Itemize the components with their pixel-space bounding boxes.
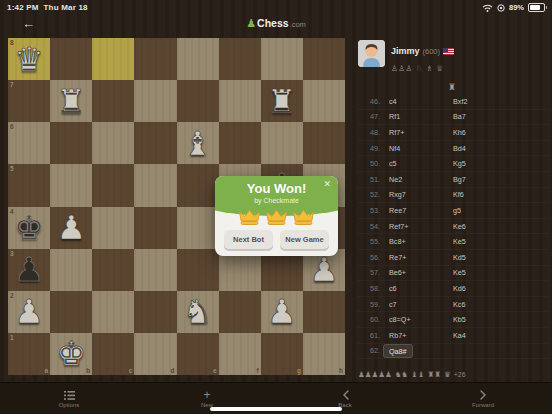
file-label-c: c bbox=[129, 367, 133, 374]
black-move[interactable]: Kd5 bbox=[453, 253, 466, 262]
move-row-57: 57.Be6+Ke5 bbox=[358, 266, 548, 282]
home-indicator[interactable] bbox=[210, 407, 342, 411]
move-number: 59. bbox=[358, 300, 389, 309]
captured-group: ♙♙♙ bbox=[391, 64, 413, 73]
square-c8[interactable] bbox=[92, 38, 134, 80]
square-b2[interactable] bbox=[50, 291, 92, 333]
move-number: 53. bbox=[358, 206, 389, 215]
square-b8[interactable] bbox=[50, 38, 92, 80]
dialog-title: You Won! bbox=[215, 181, 338, 196]
move-list: 46.c4Bxf247.Rf1Ba748.Rf7+Kh649.Nf4Bd450.… bbox=[358, 94, 548, 359]
move-row-54: 54.Ref7+Ke6 bbox=[358, 219, 548, 235]
white-move[interactable]: Ree7 bbox=[389, 206, 406, 215]
square-a4[interactable]: 4♚ bbox=[8, 207, 50, 249]
black-move[interactable]: Kc6 bbox=[453, 300, 465, 309]
file-label-b: b bbox=[86, 367, 90, 374]
square-d2[interactable] bbox=[134, 291, 176, 333]
status-bar: 1:42 PM Thu Mar 18 89% bbox=[0, 0, 552, 14]
white-move[interactable]: c8=Q+ bbox=[389, 315, 411, 324]
wood-grain bbox=[134, 207, 176, 249]
wood-grain bbox=[261, 122, 303, 164]
file-label-d: d bbox=[171, 367, 175, 374]
battery-percent: 89% bbox=[509, 3, 524, 12]
wood-grain bbox=[8, 164, 50, 206]
square-d7[interactable] bbox=[134, 80, 176, 122]
white-bishop-e6[interactable]: ♝ bbox=[177, 122, 219, 164]
chesscom-logo: ♟ Chess .com bbox=[0, 17, 552, 29]
wood-grain bbox=[134, 122, 176, 164]
square-c7[interactable] bbox=[92, 80, 134, 122]
white-pawn-a2[interactable]: ♟ bbox=[8, 291, 50, 333]
square-b3[interactable] bbox=[50, 249, 92, 291]
white-move[interactable]: c4 bbox=[389, 97, 397, 106]
move-number: 46. bbox=[358, 97, 389, 106]
square-e1[interactable]: e bbox=[177, 333, 219, 375]
wifi-icon bbox=[482, 4, 493, 12]
square-f1[interactable]: f bbox=[219, 333, 261, 375]
captured-group: ♜♜ bbox=[428, 370, 441, 379]
rook-icon: ♜ bbox=[448, 82, 456, 92]
square-a5[interactable]: 5 bbox=[8, 164, 50, 206]
square-a2[interactable]: 2♟ bbox=[8, 291, 50, 333]
move-number: 48. bbox=[358, 128, 389, 137]
options-button[interactable]: Options bbox=[0, 383, 138, 414]
white-move[interactable]: Rxg7 bbox=[389, 190, 406, 199]
square-a1[interactable]: 1a bbox=[8, 333, 50, 375]
square-c5[interactable] bbox=[92, 164, 134, 206]
move-number: 60. bbox=[358, 315, 389, 324]
captured-group: ♟♟♟♟♟ bbox=[358, 370, 392, 379]
crown-icon bbox=[292, 209, 315, 230]
black-move[interactable]: Kh6 bbox=[453, 128, 466, 137]
wood-grain bbox=[50, 122, 92, 164]
file-label-e: e bbox=[213, 367, 217, 374]
options-icon bbox=[64, 390, 75, 401]
wood-grain bbox=[92, 207, 134, 249]
square-e5[interactable] bbox=[177, 164, 219, 206]
move-number: 55. bbox=[358, 237, 389, 246]
square-d3[interactable] bbox=[134, 249, 176, 291]
move-number: 50. bbox=[358, 159, 389, 168]
square-e2[interactable]: ♞ bbox=[177, 291, 219, 333]
black-move[interactable]: Ke5 bbox=[453, 237, 466, 246]
rank-label-1: 1 bbox=[10, 334, 14, 341]
wood-grain bbox=[303, 291, 345, 333]
square-h6[interactable] bbox=[303, 122, 345, 164]
black-move[interactable]: Ke5 bbox=[453, 268, 466, 277]
white-move[interactable]: Qa8# bbox=[383, 344, 413, 358]
options-label: Options bbox=[59, 402, 80, 408]
square-d8[interactable] bbox=[134, 38, 176, 80]
white-move[interactable]: Rf7+ bbox=[389, 128, 404, 137]
forward-label: Forward bbox=[472, 402, 494, 408]
square-a7[interactable]: 7 bbox=[8, 80, 50, 122]
wood-grain bbox=[134, 80, 176, 122]
black-move[interactable]: Kd6 bbox=[453, 284, 466, 293]
wood-grain bbox=[219, 333, 261, 375]
square-e3[interactable] bbox=[177, 249, 219, 291]
player-name: Jimmy bbox=[391, 46, 420, 56]
square-f8[interactable] bbox=[219, 38, 261, 80]
white-queen-a8[interactable]: ♛ bbox=[8, 38, 50, 80]
square-c6[interactable] bbox=[92, 122, 134, 164]
move-row-46: 46.c4Bxf2 bbox=[358, 94, 548, 110]
wood-grain bbox=[92, 38, 134, 80]
captured-piece-icons: ♟♟♟♟♟♞♞♝♝♜♜♛ bbox=[358, 370, 451, 379]
wood-grain bbox=[92, 291, 134, 333]
square-g7[interactable]: ♜ bbox=[261, 80, 303, 122]
status-time: 1:42 PM bbox=[7, 3, 39, 12]
square-g8[interactable] bbox=[261, 38, 303, 80]
square-a6[interactable]: 6 bbox=[8, 122, 50, 164]
move-row-56: 56.Re7+Kd5 bbox=[358, 250, 548, 266]
status-date: Thu Mar 18 bbox=[44, 3, 88, 12]
square-b1[interactable]: b♚ bbox=[50, 333, 92, 375]
white-move[interactable]: Be6+ bbox=[389, 268, 406, 277]
wood-grain bbox=[261, 38, 303, 80]
white-move[interactable]: Re7+ bbox=[389, 253, 406, 262]
wood-grain bbox=[303, 38, 345, 80]
avatar bbox=[358, 40, 385, 67]
white-move[interactable]: c7 bbox=[389, 300, 397, 309]
wood-grain bbox=[219, 80, 261, 122]
square-e8[interactable] bbox=[177, 38, 219, 80]
wood-grain bbox=[177, 80, 219, 122]
captured-group: ♗ bbox=[426, 64, 433, 73]
move-row-62: 62.Qa8# bbox=[358, 344, 548, 360]
wood-grain bbox=[50, 164, 92, 206]
dialog-subtitle: by Checkmate bbox=[215, 197, 338, 204]
wood-grain bbox=[50, 291, 92, 333]
wood-grain bbox=[219, 122, 261, 164]
wood-grain bbox=[219, 291, 261, 333]
square-b4[interactable]: ♟ bbox=[50, 207, 92, 249]
square-b5[interactable] bbox=[50, 164, 92, 206]
square-a8[interactable]: 8♛ bbox=[8, 38, 50, 80]
crown-icon bbox=[238, 209, 261, 230]
move-number: 57. bbox=[358, 268, 389, 277]
wood-grain bbox=[177, 164, 219, 206]
move-row-58: 58.c6Kd6 bbox=[358, 281, 548, 297]
move-row-50: 50.c5Kg5 bbox=[358, 156, 548, 172]
battery-icon bbox=[528, 3, 545, 12]
square-c2[interactable] bbox=[92, 291, 134, 333]
move-number: 56. bbox=[358, 253, 389, 262]
move-number: 52. bbox=[358, 190, 389, 199]
white-move[interactable]: Ne2 bbox=[389, 175, 402, 184]
wood-grain bbox=[92, 249, 134, 291]
square-g6[interactable] bbox=[261, 122, 303, 164]
white-move[interactable]: Ref7+ bbox=[389, 222, 408, 231]
square-h1[interactable]: h bbox=[303, 333, 345, 375]
player-card[interactable]: Jimmy (600) bbox=[358, 40, 548, 70]
rank-label-7: 7 bbox=[10, 81, 14, 88]
square-f2[interactable] bbox=[219, 291, 261, 333]
wood-grain bbox=[50, 249, 92, 291]
black-move[interactable]: Kg5 bbox=[453, 159, 466, 168]
wood-grain bbox=[177, 249, 219, 291]
square-c1[interactable]: c bbox=[92, 333, 134, 375]
white-move[interactable]: c6 bbox=[389, 284, 397, 293]
move-number: 49. bbox=[358, 144, 389, 153]
wood-grain bbox=[134, 38, 176, 80]
black-move[interactable]: g5 bbox=[453, 206, 461, 215]
black-move[interactable]: Bd4 bbox=[453, 144, 466, 153]
file-label-h: h bbox=[339, 367, 343, 374]
chevron-right-icon bbox=[480, 390, 487, 401]
move-row-49: 49.Nf4Bd4 bbox=[358, 141, 548, 157]
square-h8[interactable] bbox=[303, 38, 345, 80]
white-move[interactable]: Nf4 bbox=[389, 144, 400, 153]
captured-pieces-player: ♟♟♟♟♟♞♞♝♝♜♜♛ +26 bbox=[358, 370, 466, 379]
app-header: ← ♟ Chess .com bbox=[0, 14, 552, 36]
square-h2[interactable] bbox=[303, 291, 345, 333]
crowns-row bbox=[215, 209, 338, 230]
wood-grain bbox=[134, 249, 176, 291]
material-advantage: +26 bbox=[454, 371, 466, 378]
move-row-61: 61.Rb7+Ka4 bbox=[358, 328, 548, 344]
white-pawn-b4[interactable]: ♟ bbox=[50, 207, 92, 249]
black-pawn-a3[interactable]: ♟ bbox=[8, 249, 50, 291]
next-bot-button[interactable]: Next Bot bbox=[224, 230, 273, 249]
black-move[interactable]: Bxf2 bbox=[453, 97, 467, 106]
square-d6[interactable] bbox=[134, 122, 176, 164]
captured-group: ♞♞ bbox=[395, 370, 408, 379]
white-knight-e2[interactable]: ♞ bbox=[177, 291, 219, 333]
wood-grain bbox=[50, 38, 92, 80]
wood-grain bbox=[92, 80, 134, 122]
square-c3[interactable] bbox=[92, 249, 134, 291]
captured-group: ♛ bbox=[444, 370, 451, 379]
logo-tld: .com bbox=[290, 20, 306, 29]
rotation-lock-icon bbox=[497, 4, 505, 12]
white-move[interactable]: Rb7+ bbox=[389, 331, 406, 340]
captured-group: ♘ bbox=[416, 64, 423, 73]
move-number: 47. bbox=[358, 112, 389, 121]
move-number: 54. bbox=[358, 222, 389, 231]
wood-grain bbox=[303, 122, 345, 164]
black-move[interactable]: Ka4 bbox=[453, 331, 466, 340]
file-label-f: f bbox=[257, 367, 259, 374]
square-e7[interactable] bbox=[177, 80, 219, 122]
move-forward-button[interactable]: Forward bbox=[414, 383, 552, 414]
move-row-55: 55.Bc8+Ke5 bbox=[358, 234, 548, 250]
game-over-dialog: You Won! by Checkmate ✕ Next Bot New Gam… bbox=[215, 176, 338, 256]
move-row-60: 60.c8=Q+Kb5 bbox=[358, 312, 548, 328]
white-pawn-g2[interactable]: ♟ bbox=[261, 291, 303, 333]
black-move[interactable]: Ke6 bbox=[453, 222, 466, 231]
rank-label-4: 4 bbox=[10, 208, 14, 215]
square-e6[interactable]: ♝ bbox=[177, 122, 219, 164]
captured-group: ♕ bbox=[436, 64, 443, 73]
move-row-47: 47.Rf1Ba7 bbox=[358, 110, 548, 126]
wood-grain bbox=[177, 207, 219, 249]
crown-icon bbox=[265, 209, 288, 230]
move-number: 58. bbox=[358, 284, 389, 293]
square-e4[interactable] bbox=[177, 207, 219, 249]
square-f7[interactable] bbox=[219, 80, 261, 122]
wood-grain bbox=[303, 80, 345, 122]
rank-label-6: 6 bbox=[10, 123, 14, 130]
square-h7[interactable] bbox=[303, 80, 345, 122]
close-icon[interactable]: ✕ bbox=[323, 180, 331, 189]
move-number: 51. bbox=[358, 175, 389, 184]
plus-icon: + bbox=[203, 390, 210, 401]
white-move[interactable]: c5 bbox=[389, 159, 397, 168]
white-move[interactable]: Rf1 bbox=[389, 112, 400, 121]
white-move[interactable]: Bc8+ bbox=[389, 237, 406, 246]
square-d1[interactable]: d bbox=[134, 333, 176, 375]
chess-app-screen: 1:42 PM Thu Mar 18 89% ← ♟ Chess .com 8♛… bbox=[0, 0, 552, 414]
player-rating: (600) bbox=[423, 47, 441, 56]
logo-text: Chess bbox=[257, 17, 289, 29]
move-row-52: 52.Rxg7Kf6 bbox=[358, 188, 548, 204]
square-f6[interactable] bbox=[219, 122, 261, 164]
status-time-date: 1:42 PM Thu Mar 18 bbox=[7, 3, 88, 12]
black-move[interactable]: Kb5 bbox=[453, 315, 466, 324]
black-king-a4[interactable]: ♚ bbox=[8, 207, 50, 249]
square-g1[interactable]: g bbox=[261, 333, 303, 375]
wood-grain bbox=[134, 291, 176, 333]
wood-grain bbox=[177, 38, 219, 80]
wood-grain bbox=[92, 164, 134, 206]
move-row-51: 51.Ne2Bg7 bbox=[358, 172, 548, 188]
move-list-partial-row: ♜ bbox=[352, 80, 552, 94]
square-a3[interactable]: 3♟ bbox=[8, 249, 50, 291]
move-number: 61. bbox=[358, 331, 389, 340]
us-flag-icon bbox=[443, 48, 454, 55]
rank-label-3: 3 bbox=[10, 250, 14, 257]
wood-grain bbox=[92, 122, 134, 164]
white-rook-b7[interactable]: ♜ bbox=[50, 80, 92, 122]
square-b6[interactable] bbox=[50, 122, 92, 164]
captured-pieces-opponent: ♙♙♙♘♗♕ bbox=[391, 64, 443, 73]
rank-label-8: 8 bbox=[10, 39, 14, 46]
wood-grain bbox=[8, 122, 50, 164]
file-label-g: g bbox=[297, 367, 301, 374]
game-panel: Jimmy (600) ♙♙♙♘♗♕ ♜ 46.c4Bxf247.Rf1Ba74… bbox=[352, 36, 552, 383]
rank-label-2: 2 bbox=[10, 292, 14, 299]
square-d5[interactable] bbox=[134, 164, 176, 206]
move-row-48: 48.Rf7+Kh6 bbox=[358, 125, 548, 141]
square-c4[interactable] bbox=[92, 207, 134, 249]
black-move[interactable]: Ba7 bbox=[453, 112, 466, 121]
file-label-a: a bbox=[45, 367, 49, 374]
captured-group: ♝♝ bbox=[411, 370, 424, 379]
wood-grain bbox=[134, 164, 176, 206]
move-row-59: 59.c7Kc6 bbox=[358, 297, 548, 313]
square-g2[interactable]: ♟ bbox=[261, 291, 303, 333]
square-b7[interactable]: ♜ bbox=[50, 80, 92, 122]
new-game-button[interactable]: New Game bbox=[280, 230, 329, 249]
wood-grain bbox=[8, 80, 50, 122]
rank-label-5: 5 bbox=[10, 165, 14, 172]
move-row-53: 53.Ree7g5 bbox=[358, 203, 548, 219]
black-move[interactable]: Bg7 bbox=[453, 175, 466, 184]
white-rook-g7[interactable]: ♜ bbox=[261, 80, 303, 122]
black-move[interactable]: Kf6 bbox=[453, 190, 464, 199]
square-d4[interactable] bbox=[134, 207, 176, 249]
chevron-left-icon bbox=[342, 390, 349, 401]
logo-pawn-icon: ♟ bbox=[246, 19, 256, 29]
wood-grain bbox=[219, 38, 261, 80]
